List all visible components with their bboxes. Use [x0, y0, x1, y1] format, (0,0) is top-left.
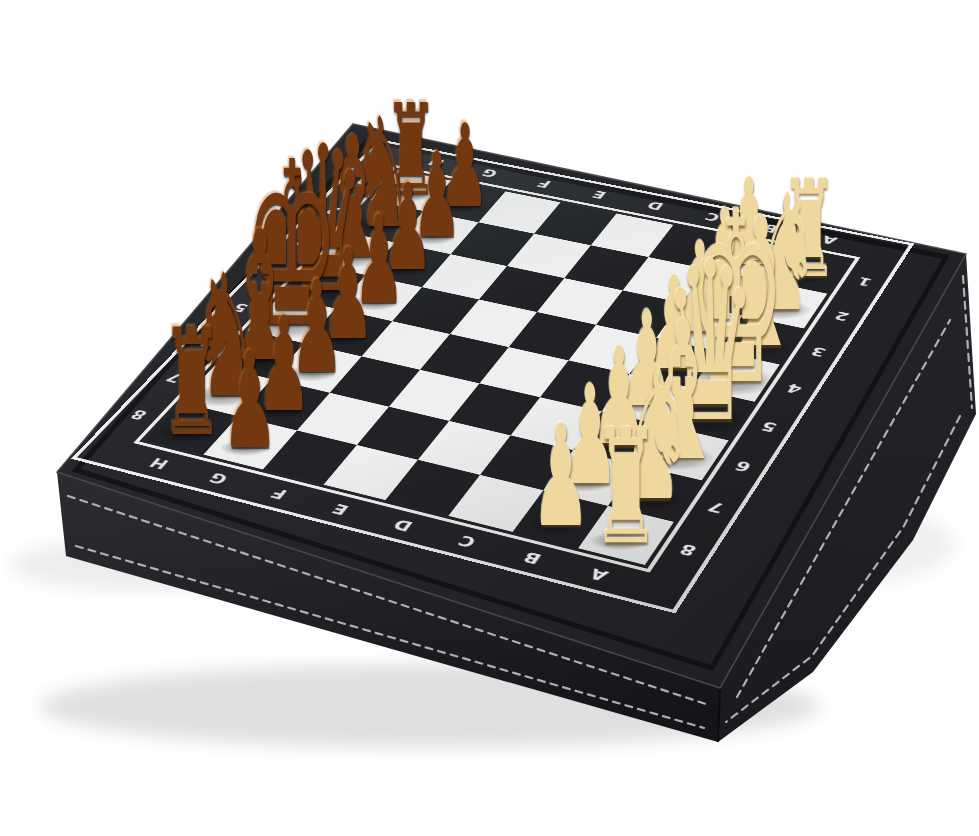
chess-set-photo-scene: HGFEDCBAHGFEDCBA1234567812345678 ♜♞♝♛♚♝♞… [0, 0, 979, 836]
